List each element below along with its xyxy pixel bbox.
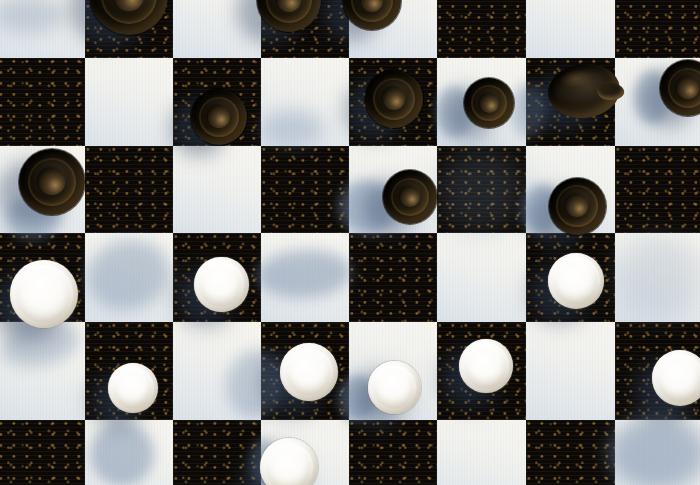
square-r2c2[interactable] bbox=[173, 146, 261, 233]
white-pawn[interactable] bbox=[459, 339, 513, 393]
square-r5c5[interactable] bbox=[437, 420, 526, 485]
black-pawn[interactable] bbox=[257, 0, 321, 32]
black-pawn-body bbox=[19, 149, 85, 215]
white-pawn-body bbox=[260, 438, 318, 485]
white-pawn-body bbox=[652, 350, 700, 406]
black-pawn[interactable] bbox=[383, 170, 437, 224]
white-pawn-body bbox=[459, 339, 513, 393]
white-pawn-body bbox=[194, 257, 249, 312]
white-pawn-body bbox=[368, 361, 421, 414]
square-r5c2[interactable] bbox=[173, 420, 261, 485]
black-pawn-body bbox=[191, 89, 247, 145]
square-r4c6[interactable] bbox=[526, 322, 615, 420]
black-pawn[interactable] bbox=[464, 78, 514, 128]
white-pawn[interactable] bbox=[10, 260, 78, 328]
square-r2c3[interactable] bbox=[261, 146, 349, 233]
black-pawn[interactable] bbox=[191, 89, 247, 145]
white-pawn[interactable] bbox=[652, 350, 700, 406]
black-pawn[interactable] bbox=[660, 60, 700, 116]
square-r5c4[interactable] bbox=[349, 420, 437, 485]
black-pawn-body bbox=[343, 0, 401, 30]
square-r0c7[interactable] bbox=[615, 0, 700, 58]
square-r0c5[interactable] bbox=[437, 0, 526, 58]
square-r3c5[interactable] bbox=[437, 233, 526, 322]
white-pawn[interactable] bbox=[108, 363, 158, 413]
white-pawn[interactable] bbox=[194, 257, 249, 312]
black-pawn-body bbox=[257, 0, 321, 32]
black-pawn-body bbox=[90, 0, 168, 35]
black-pawn[interactable] bbox=[19, 149, 85, 215]
white-pawn[interactable] bbox=[368, 361, 421, 414]
cast-shadow-11 bbox=[436, 148, 526, 232]
black-pawn[interactable] bbox=[365, 70, 423, 128]
cast-shadow-12 bbox=[614, 234, 700, 320]
white-pawn[interactable] bbox=[280, 343, 338, 401]
square-r1c1[interactable] bbox=[85, 58, 173, 146]
white-pawn-body bbox=[108, 363, 158, 413]
square-r5c6[interactable] bbox=[526, 420, 615, 485]
cast-shadow-16 bbox=[510, 84, 546, 138]
square-r0c2[interactable] bbox=[173, 0, 261, 58]
black-pawn[interactable] bbox=[343, 0, 401, 30]
square-r2c1[interactable] bbox=[85, 146, 173, 233]
black-pawn-body bbox=[383, 170, 437, 224]
cast-shadow-14 bbox=[260, 110, 324, 146]
black-pawn[interactable] bbox=[90, 0, 168, 35]
white-pawn[interactable] bbox=[548, 253, 604, 309]
square-r0c6[interactable] bbox=[526, 0, 615, 58]
black-pawn-body bbox=[660, 60, 700, 116]
white-pawn-body bbox=[548, 253, 604, 309]
black-knight-body bbox=[545, 60, 622, 121]
square-r2c7[interactable] bbox=[615, 146, 700, 233]
white-pawn[interactable] bbox=[260, 438, 318, 485]
square-r1c0[interactable] bbox=[0, 58, 85, 146]
white-pawn-body bbox=[280, 343, 338, 401]
black-pawn[interactable] bbox=[549, 178, 606, 235]
black-pawn-body bbox=[549, 178, 606, 235]
cast-shadow-10 bbox=[608, 416, 700, 485]
square-r5c0[interactable] bbox=[0, 420, 85, 485]
white-pawn-body bbox=[10, 260, 78, 328]
black-knight[interactable] bbox=[548, 64, 620, 118]
black-pawn-body bbox=[464, 78, 514, 128]
chessboard-photo bbox=[0, 0, 700, 485]
black-pawn-body bbox=[365, 70, 423, 128]
square-r3c4[interactable] bbox=[349, 233, 437, 322]
